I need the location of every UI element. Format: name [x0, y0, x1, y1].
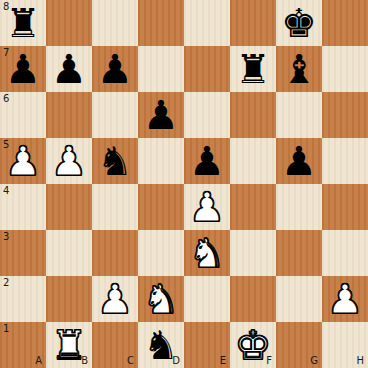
square-f2[interactable]: [230, 276, 276, 322]
square-c8[interactable]: [92, 0, 138, 46]
piece-black-pawn[interactable]: ♟: [276, 138, 322, 184]
square-f8[interactable]: [230, 0, 276, 46]
square-e3[interactable]: ♞: [184, 230, 230, 276]
square-h5[interactable]: [322, 138, 368, 184]
square-d4[interactable]: [138, 184, 184, 230]
square-d8[interactable]: [138, 0, 184, 46]
square-g1[interactable]: G: [276, 322, 322, 368]
square-g5[interactable]: ♟: [276, 138, 322, 184]
piece-black-king[interactable]: ♚: [276, 0, 322, 46]
piece-white-knight[interactable]: ♞: [138, 276, 184, 322]
square-c3[interactable]: [92, 230, 138, 276]
square-g7[interactable]: ♝: [276, 46, 322, 92]
square-e5[interactable]: ♟: [184, 138, 230, 184]
rank-label-5: 5: [3, 140, 9, 150]
rank-label-6: 6: [3, 94, 9, 104]
piece-black-pawn[interactable]: ♟: [92, 46, 138, 92]
piece-white-pawn[interactable]: ♟: [322, 276, 368, 322]
file-label-b: B: [81, 356, 88, 366]
square-e8[interactable]: [184, 0, 230, 46]
square-h1[interactable]: H: [322, 322, 368, 368]
square-c5[interactable]: ♞: [92, 138, 138, 184]
file-label-c: C: [127, 356, 134, 366]
square-a5[interactable]: 5♟: [0, 138, 46, 184]
square-c4[interactable]: [92, 184, 138, 230]
square-f6[interactable]: [230, 92, 276, 138]
square-f7[interactable]: ♜: [230, 46, 276, 92]
square-b7[interactable]: ♟: [46, 46, 92, 92]
rank-label-2: 2: [3, 278, 9, 288]
square-g8[interactable]: ♚: [276, 0, 322, 46]
piece-black-bishop[interactable]: ♝: [276, 46, 322, 92]
square-a2[interactable]: 2: [0, 276, 46, 322]
square-h2[interactable]: ♟: [322, 276, 368, 322]
piece-black-rook[interactable]: ♜: [230, 46, 276, 92]
square-d1[interactable]: D♞: [138, 322, 184, 368]
square-e1[interactable]: E: [184, 322, 230, 368]
rank-label-1: 1: [3, 324, 9, 334]
file-label-h: H: [356, 356, 364, 366]
square-g3[interactable]: [276, 230, 322, 276]
square-e4[interactable]: ♟: [184, 184, 230, 230]
square-d7[interactable]: [138, 46, 184, 92]
chess-board: 8♜♚7♟♟♟♜♝6♟5♟♟♞♟♟4♟3♞2♟♞♟1AB♜CD♞EF♚GH: [0, 0, 368, 368]
piece-black-pawn[interactable]: ♟: [138, 92, 184, 138]
square-h6[interactable]: [322, 92, 368, 138]
file-label-g: G: [310, 356, 318, 366]
square-b4[interactable]: [46, 184, 92, 230]
file-label-f: F: [266, 356, 272, 366]
square-c2[interactable]: ♟: [92, 276, 138, 322]
piece-white-pawn[interactable]: ♟: [184, 184, 230, 230]
file-label-e: E: [220, 356, 226, 366]
square-c6[interactable]: [92, 92, 138, 138]
square-c1[interactable]: C: [92, 322, 138, 368]
square-b2[interactable]: [46, 276, 92, 322]
square-a4[interactable]: 4: [0, 184, 46, 230]
square-a7[interactable]: 7♟: [0, 46, 46, 92]
file-label-d: D: [172, 356, 180, 366]
rank-label-7: 7: [3, 48, 9, 58]
piece-white-pawn[interactable]: ♟: [46, 138, 92, 184]
piece-white-knight[interactable]: ♞: [184, 230, 230, 276]
square-d2[interactable]: ♞: [138, 276, 184, 322]
square-f5[interactable]: [230, 138, 276, 184]
piece-black-pawn[interactable]: ♟: [46, 46, 92, 92]
square-a3[interactable]: 3: [0, 230, 46, 276]
square-h4[interactable]: [322, 184, 368, 230]
square-f1[interactable]: F♚: [230, 322, 276, 368]
square-g2[interactable]: [276, 276, 322, 322]
piece-black-pawn[interactable]: ♟: [184, 138, 230, 184]
square-e7[interactable]: [184, 46, 230, 92]
square-d5[interactable]: [138, 138, 184, 184]
square-h3[interactable]: [322, 230, 368, 276]
square-d3[interactable]: [138, 230, 184, 276]
square-b1[interactable]: B♜: [46, 322, 92, 368]
square-b3[interactable]: [46, 230, 92, 276]
square-f4[interactable]: [230, 184, 276, 230]
square-g4[interactable]: [276, 184, 322, 230]
square-h7[interactable]: [322, 46, 368, 92]
square-e6[interactable]: [184, 92, 230, 138]
square-b6[interactable]: [46, 92, 92, 138]
square-h8[interactable]: [322, 0, 368, 46]
rank-label-3: 3: [3, 232, 9, 242]
piece-black-knight[interactable]: ♞: [92, 138, 138, 184]
square-d6[interactable]: ♟: [138, 92, 184, 138]
square-a1[interactable]: 1A: [0, 322, 46, 368]
square-a8[interactable]: 8♜: [0, 0, 46, 46]
square-b8[interactable]: [46, 0, 92, 46]
square-e2[interactable]: [184, 276, 230, 322]
square-b5[interactable]: ♟: [46, 138, 92, 184]
rank-label-8: 8: [3, 2, 9, 12]
square-f3[interactable]: [230, 230, 276, 276]
square-a6[interactable]: 6: [0, 92, 46, 138]
square-c7[interactable]: ♟: [92, 46, 138, 92]
file-label-a: A: [35, 356, 42, 366]
rank-label-4: 4: [3, 186, 9, 196]
piece-white-pawn[interactable]: ♟: [92, 276, 138, 322]
square-g6[interactable]: [276, 92, 322, 138]
